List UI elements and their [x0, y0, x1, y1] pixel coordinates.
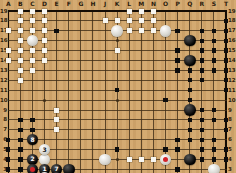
grid-hline: [8, 119, 227, 120]
move-number: 8: [30, 136, 34, 142]
column-label: Q: [186, 0, 194, 7]
row-label-right: 18: [228, 17, 236, 24]
go-board[interactable]: ABCDEFGHJKLMNOPQRST191918181717161615151…: [0, 0, 236, 173]
row-label-right: 3: [228, 166, 236, 173]
column-label: L: [125, 0, 133, 7]
black-territory-square: [200, 48, 204, 52]
row-label-left: 13: [0, 67, 7, 74]
black-territory-square: [6, 147, 10, 151]
white-territory-square: [54, 108, 59, 113]
row-label-left: 18: [0, 17, 7, 24]
black-stone: [63, 164, 75, 173]
black-territory-square: [212, 108, 216, 112]
black-territory-square: [212, 58, 216, 62]
row-label-left: 19: [0, 8, 7, 15]
black-territory-square: [224, 118, 228, 122]
column-label: J: [101, 0, 109, 7]
black-territory-square: [6, 138, 10, 142]
black-territory-square: [163, 147, 167, 151]
black-territory-square: [6, 167, 10, 171]
black-territory-square: [188, 128, 192, 132]
black-territory-square: [54, 29, 58, 33]
white-stone: [111, 25, 123, 37]
black-territory-square: [212, 29, 216, 33]
white-territory-square: [151, 157, 156, 162]
black-territory-square: [30, 118, 34, 122]
white-territory-square: [54, 117, 59, 122]
move-number: 2: [30, 156, 34, 162]
black-territory-square: [188, 78, 192, 82]
column-label: A: [4, 0, 12, 7]
row-label-right: 13: [228, 67, 236, 74]
column-label: D: [41, 0, 49, 7]
black-territory-square: [224, 68, 228, 72]
row-label-right: 9: [228, 107, 236, 114]
black-territory-square: [175, 48, 179, 52]
row-label-right: 19: [228, 8, 236, 15]
black-territory-square: [212, 147, 216, 151]
row-label-right: 10: [228, 97, 236, 104]
white-stone: [208, 164, 220, 173]
black-territory-square: [224, 19, 228, 23]
black-territory-square: [175, 58, 179, 62]
row-label-right: 4: [228, 156, 236, 163]
white-territory-square: [30, 68, 35, 73]
white-territory-square: [151, 18, 156, 23]
row-label-right: 14: [228, 57, 236, 64]
grid-hline: [8, 80, 227, 81]
black-territory-square: [224, 39, 228, 43]
column-label: H: [89, 0, 97, 7]
column-label: E: [53, 0, 61, 7]
row-label-right: 12: [228, 77, 236, 84]
black-territory-square: [200, 157, 204, 161]
black-territory-square: [224, 88, 228, 92]
white-territory-square: [151, 28, 156, 33]
column-label: O: [162, 0, 170, 7]
black-territory-square: [200, 39, 204, 43]
column-label: M: [137, 0, 145, 7]
move-number: 1: [42, 166, 46, 172]
grid-hline: [8, 139, 227, 140]
column-label: P: [174, 0, 182, 7]
black-stone: [184, 154, 196, 166]
white-territory-square: [18, 9, 23, 14]
black-territory-square: [18, 138, 22, 142]
white-territory-square: [18, 38, 23, 43]
black-territory-square: [224, 128, 228, 132]
white-territory-square: [30, 18, 35, 23]
white-territory-square: [42, 58, 47, 63]
black-territory-square: [188, 68, 192, 72]
white-territory-square: [42, 28, 47, 33]
black-territory-square: [224, 29, 228, 33]
white-territory-square: [115, 18, 120, 23]
white-territory-square: [127, 157, 132, 162]
black-territory-square: [18, 147, 22, 151]
white-territory-square: [6, 58, 11, 63]
grid-hline: [8, 70, 227, 71]
black-territory-square: [212, 138, 216, 142]
white-territory-square: [30, 58, 35, 63]
black-stone: [184, 104, 196, 116]
black-territory-square: [212, 157, 216, 161]
row-label-right: 7: [228, 126, 236, 133]
white-territory-square: [30, 28, 35, 33]
star-point: [116, 158, 119, 161]
column-label: F: [65, 0, 73, 7]
row-label-right: 8: [228, 116, 236, 123]
white-territory-square: [54, 127, 59, 132]
row-label-right: 15: [228, 47, 236, 54]
white-territory-square: [18, 18, 23, 23]
black-territory-square: [18, 167, 22, 171]
star-point: [116, 39, 119, 42]
white-territory-square: [6, 28, 11, 33]
black-territory-square: [200, 78, 204, 82]
black-territory-square: [18, 118, 22, 122]
white-territory-square: [139, 9, 144, 14]
white-territory-square: [30, 48, 35, 53]
column-label: T: [222, 0, 230, 7]
black-territory-square: [175, 147, 179, 151]
grid-hline: [8, 10, 227, 12]
row-label-left: 12: [0, 77, 7, 84]
white-territory-square: [42, 48, 47, 53]
black-territory-square: [200, 128, 204, 132]
row-label-left: 11: [0, 87, 7, 94]
black-territory-square: [200, 68, 204, 72]
black-territory-square: [18, 157, 22, 161]
row-label-left: 10: [0, 97, 7, 104]
column-label: S: [210, 0, 218, 7]
row-label-right: 11: [228, 87, 236, 94]
white-territory-square: [18, 48, 23, 53]
move-number: 7: [55, 166, 59, 172]
row-label-right: 6: [228, 136, 236, 143]
black-stone: [184, 35, 196, 47]
white-territory-square: [127, 9, 132, 14]
black-territory-square: [175, 167, 179, 171]
white-territory-square: [115, 48, 120, 53]
white-territory-square: [139, 18, 144, 23]
black-territory-square: [224, 48, 228, 52]
white-territory-square: [151, 9, 156, 14]
white-territory-square: [127, 28, 132, 33]
black-territory-square: [212, 39, 216, 43]
white-territory-square: [18, 28, 23, 33]
black-territory-square: [188, 88, 192, 92]
black-stone: [184, 55, 196, 67]
black-territory-square: [175, 29, 179, 33]
black-territory-square: [200, 108, 204, 112]
black-territory-square: [224, 58, 228, 62]
row-label-right: 17: [228, 27, 236, 34]
white-territory-square: [127, 18, 132, 23]
black-territory-square: [188, 118, 192, 122]
row-label-left: 9: [0, 107, 7, 114]
column-label: R: [198, 0, 206, 7]
grid-hline: [8, 129, 227, 130]
black-territory-square: [30, 128, 34, 132]
black-territory-square: [200, 58, 204, 62]
white-territory-square: [103, 18, 108, 23]
black-territory-square: [224, 147, 228, 151]
black-territory-square: [200, 138, 204, 142]
column-label: G: [77, 0, 85, 7]
white-territory-square: [42, 9, 47, 14]
move-number: 3: [42, 146, 46, 152]
column-label: K: [113, 0, 121, 7]
row-label-right: 16: [228, 37, 236, 44]
black-territory-square: [188, 138, 192, 142]
black-territory-square: [115, 147, 119, 151]
white-territory-square: [18, 68, 23, 73]
black-territory-square: [212, 118, 216, 122]
column-label: N: [149, 0, 157, 7]
red-mark: [163, 157, 168, 162]
black-territory-square: [212, 48, 216, 52]
black-territory-square: [175, 68, 179, 72]
row-label-right: 5: [228, 146, 236, 153]
row-label-left: 7: [0, 126, 7, 133]
black-territory-square: [200, 147, 204, 151]
black-territory-square: [188, 98, 192, 102]
star-point: [43, 99, 46, 102]
white-stone: [160, 25, 172, 37]
column-label: C: [28, 0, 36, 7]
white-territory-square: [42, 38, 47, 43]
black-territory-square: [115, 88, 119, 92]
black-territory-square: [224, 78, 228, 82]
white-stone: [99, 154, 111, 166]
white-territory-square: [139, 28, 144, 33]
black-territory-square: [212, 68, 216, 72]
go-board-screenshot: ABCDEFGHJKLMNOPQRST191918181717161615151…: [0, 0, 236, 173]
star-point: [116, 99, 119, 102]
white-territory-square: [6, 48, 11, 53]
white-territory-square: [18, 58, 23, 63]
column-label: B: [16, 0, 24, 7]
white-territory-square: [30, 9, 35, 14]
black-territory-square: [224, 157, 228, 161]
black-territory-square: [200, 29, 204, 33]
row-label-left: 8: [0, 116, 7, 123]
black-territory-square: [175, 138, 179, 142]
white-territory-square: [139, 157, 144, 162]
white-territory-square: [42, 18, 47, 23]
black-territory-square: [200, 118, 204, 122]
black-territory-square: [18, 128, 22, 132]
white-territory-square: [18, 78, 23, 83]
black-territory-square: [163, 98, 167, 102]
row-label-left: 16: [0, 37, 7, 44]
black-territory-square: [6, 157, 10, 161]
